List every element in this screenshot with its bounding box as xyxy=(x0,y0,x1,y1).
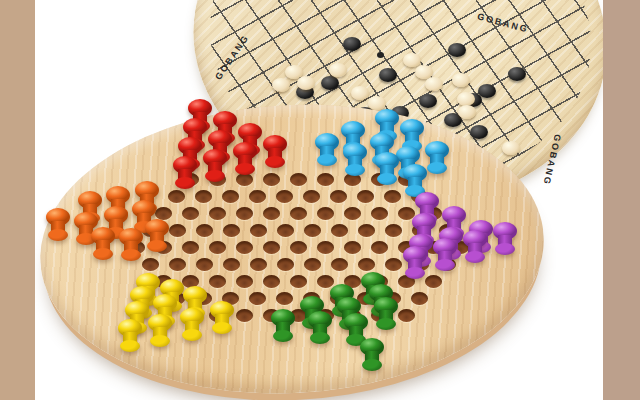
board-hole xyxy=(358,224,375,237)
board-hole xyxy=(330,190,347,203)
board-hole xyxy=(250,224,267,237)
blue-peg-foot xyxy=(317,154,337,166)
board-hole xyxy=(249,292,266,305)
board-hole xyxy=(358,258,375,271)
board-hole xyxy=(223,224,240,237)
orange-peg-foot xyxy=(93,248,113,260)
natural-stone xyxy=(457,92,475,106)
black-stone xyxy=(470,125,488,139)
orange-peg-foot xyxy=(121,249,141,261)
board-hole xyxy=(371,241,388,254)
red-peg xyxy=(262,135,288,169)
green-peg-foot xyxy=(376,318,396,330)
board-hole xyxy=(331,224,348,237)
board-hole xyxy=(209,241,226,254)
orange-peg-foot xyxy=(147,240,167,252)
orange-peg-foot xyxy=(48,229,68,241)
board-hole xyxy=(290,241,307,254)
board-hole xyxy=(263,241,280,254)
green-peg xyxy=(373,297,399,331)
board-hole xyxy=(182,207,199,220)
orange-peg xyxy=(144,219,170,253)
purple-peg xyxy=(402,246,428,280)
left-margin-bar xyxy=(0,0,35,400)
board-hole xyxy=(263,275,280,288)
yellow-peg xyxy=(147,314,173,348)
red-peg-foot xyxy=(205,170,225,182)
board-hole xyxy=(371,207,388,220)
board-hole xyxy=(398,309,415,322)
black-stone xyxy=(419,94,437,108)
green-peg-foot xyxy=(362,359,382,371)
board-hole xyxy=(195,190,212,203)
board-hole xyxy=(277,258,294,271)
natural-stone xyxy=(297,76,315,90)
board-hole xyxy=(236,309,253,322)
natural-stone xyxy=(458,105,476,119)
blue-peg xyxy=(342,143,368,177)
board-hole xyxy=(290,173,307,186)
purple-peg-foot xyxy=(405,267,425,279)
blue-peg xyxy=(374,152,400,186)
board-hole xyxy=(196,258,213,271)
black-stone xyxy=(448,43,466,57)
yellow-peg xyxy=(117,319,143,353)
natural-stone xyxy=(502,141,520,155)
board-hole xyxy=(344,241,361,254)
board-hole xyxy=(236,207,253,220)
natural-stone xyxy=(351,86,369,100)
board-hole xyxy=(209,207,226,220)
board-hole xyxy=(304,224,321,237)
board-hole xyxy=(411,292,428,305)
board-hole xyxy=(263,173,280,186)
board-hole xyxy=(290,275,307,288)
yellow-peg-foot xyxy=(120,340,140,352)
blue-peg xyxy=(314,133,340,167)
board-hole xyxy=(169,224,186,237)
board-hole xyxy=(249,190,266,203)
red-peg-foot xyxy=(175,177,195,189)
black-stone xyxy=(343,37,361,51)
board-hole xyxy=(344,207,361,220)
green-peg xyxy=(270,309,296,343)
board-hole xyxy=(277,224,294,237)
natural-stone xyxy=(403,53,421,67)
board-hole xyxy=(168,190,185,203)
board-hole xyxy=(263,207,280,220)
board-hole xyxy=(357,190,374,203)
board-hole xyxy=(182,241,199,254)
board-hole xyxy=(142,258,159,271)
yellow-peg xyxy=(209,301,235,335)
natural-stone xyxy=(452,73,470,87)
red-peg-foot xyxy=(265,156,285,168)
purple-peg-foot xyxy=(495,243,515,255)
orange-peg xyxy=(118,228,144,262)
board-hole xyxy=(209,275,226,288)
board-hole xyxy=(276,292,293,305)
board-hole xyxy=(331,258,348,271)
yellow-peg xyxy=(179,308,205,342)
blue-peg-foot xyxy=(427,162,447,174)
board-hole xyxy=(385,224,402,237)
board-hole xyxy=(385,258,402,271)
natural-stone xyxy=(425,77,443,91)
board-hole xyxy=(276,190,293,203)
purple-peg xyxy=(492,222,518,256)
yellow-peg-foot xyxy=(150,335,170,347)
board-hole xyxy=(250,258,267,271)
blue-peg-foot xyxy=(377,173,397,185)
purple-peg xyxy=(432,238,458,272)
black-stone xyxy=(508,67,526,81)
natural-stone xyxy=(272,78,290,92)
board-hole xyxy=(304,258,321,271)
board-hole xyxy=(169,258,186,271)
board-hole xyxy=(223,258,240,271)
red-peg xyxy=(202,149,228,183)
natural-stone xyxy=(329,63,347,77)
board-hole xyxy=(317,207,334,220)
board-hole xyxy=(236,275,253,288)
orange-peg xyxy=(90,227,116,261)
blue-peg-foot xyxy=(345,164,365,176)
natural-stone xyxy=(368,96,386,110)
black-stone xyxy=(478,84,496,98)
board-hole xyxy=(222,190,239,203)
green-peg xyxy=(307,311,333,345)
board-hole xyxy=(236,241,253,254)
orange-peg xyxy=(45,208,71,242)
right-margin-bar xyxy=(603,0,640,400)
product-photo-stage: GOBANGGOBANGGOBANG xyxy=(0,0,640,400)
board-hole xyxy=(384,190,401,203)
black-stone xyxy=(321,76,339,90)
purple-peg-foot xyxy=(435,259,455,271)
yellow-peg-foot xyxy=(212,322,232,334)
board-hole xyxy=(317,241,334,254)
green-peg xyxy=(359,338,385,372)
board-hole xyxy=(196,224,213,237)
green-peg-foot xyxy=(310,332,330,344)
black-stone xyxy=(379,68,397,82)
green-peg-foot xyxy=(273,330,293,342)
yellow-peg-foot xyxy=(182,329,202,341)
board-hole xyxy=(317,173,334,186)
board-hole xyxy=(303,190,320,203)
board-hole xyxy=(290,207,307,220)
purple-peg xyxy=(462,230,488,264)
purple-peg-foot xyxy=(465,251,485,263)
red-peg xyxy=(172,156,198,190)
red-peg xyxy=(232,142,258,176)
red-peg-foot xyxy=(235,163,255,175)
star-point xyxy=(377,52,384,58)
